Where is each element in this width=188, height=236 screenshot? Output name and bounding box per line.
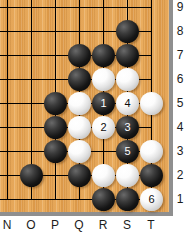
black-stone <box>116 20 139 43</box>
column-label: N <box>0 218 15 232</box>
move-number: 5 <box>124 140 130 163</box>
black-stone <box>92 44 115 67</box>
black-stone <box>44 140 67 163</box>
row-label: 3 <box>172 143 188 159</box>
move-number: 2 <box>100 116 106 139</box>
column-label: T <box>143 218 159 232</box>
black-stone <box>20 164 43 187</box>
column-label: P <box>47 218 63 232</box>
move-number: 6 <box>148 188 154 211</box>
move-number: 1 <box>100 92 106 115</box>
white-stone: 2 <box>92 116 115 139</box>
white-stone <box>140 140 163 163</box>
column-label: R <box>95 218 111 232</box>
white-stone <box>68 92 91 115</box>
black-stone <box>44 116 67 139</box>
black-stone <box>68 68 91 91</box>
black-stone <box>116 44 139 67</box>
white-stone <box>92 164 115 187</box>
row-label: 1 <box>172 191 188 207</box>
white-stone <box>92 68 115 91</box>
go-board-diagram: 135426NOPQRST987654321 <box>0 0 188 236</box>
move-number: 4 <box>124 92 130 115</box>
white-stone <box>68 140 91 163</box>
black-stone <box>44 92 67 115</box>
row-label: 2 <box>172 167 188 183</box>
column-label: Q <box>71 218 87 232</box>
black-stone <box>68 44 91 67</box>
black-stone: 3 <box>116 116 139 139</box>
row-label: 4 <box>172 119 188 135</box>
column-label: S <box>119 218 135 232</box>
white-stone <box>140 92 163 115</box>
row-label: 5 <box>172 95 188 111</box>
white-stone <box>116 164 139 187</box>
grid-line-vertical <box>7 0 8 200</box>
black-stone: 5 <box>116 140 139 163</box>
black-stone <box>92 188 115 211</box>
black-stone: 1 <box>92 92 115 115</box>
move-number: 3 <box>124 116 130 139</box>
black-stone <box>116 188 139 211</box>
row-label: 9 <box>172 0 188 15</box>
white-stone <box>68 116 91 139</box>
white-stone: 6 <box>140 188 163 211</box>
row-label: 7 <box>172 47 188 63</box>
black-stone <box>68 164 91 187</box>
white-stone <box>116 68 139 91</box>
column-label: O <box>23 218 39 232</box>
row-label: 6 <box>172 71 188 87</box>
black-stone <box>140 164 163 187</box>
row-label: 8 <box>172 23 188 39</box>
white-stone: 4 <box>116 92 139 115</box>
grid-line-horizontal <box>0 7 152 8</box>
